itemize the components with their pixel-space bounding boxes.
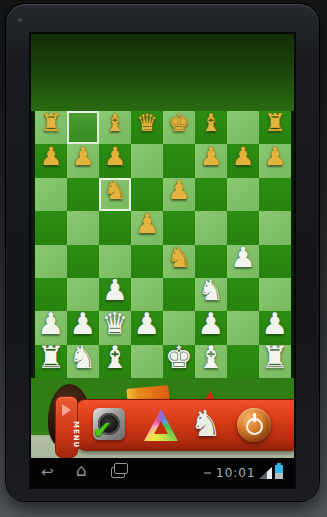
square-a8[interactable]: ♜ bbox=[35, 111, 67, 144]
piece-bP-c7[interactable]: ♟ bbox=[99, 140, 131, 173]
square-b6[interactable] bbox=[67, 178, 99, 211]
piece-wP-d2[interactable]: ♟ bbox=[131, 307, 163, 340]
piece-bP-f7[interactable]: ♟ bbox=[195, 140, 227, 173]
piece-wP-f2[interactable]: ♟ bbox=[195, 307, 227, 340]
square-g3[interactable] bbox=[227, 278, 259, 311]
piece-bK-e8[interactable]: ♚ bbox=[163, 107, 195, 140]
square-f8[interactable]: ♝ bbox=[195, 111, 227, 144]
square-g8[interactable] bbox=[227, 111, 259, 144]
chess-board: ♜♝♛♚♝♜♟♟♟♟♟♟♞♟♟♞♟♟♞♟♟♛♟♟♟♜♞♝♚♝♜ bbox=[35, 111, 291, 378]
square-d4[interactable] bbox=[131, 245, 163, 278]
signal-icon bbox=[259, 467, 272, 479]
front-camera bbox=[18, 18, 23, 23]
menu-label: MENU bbox=[59, 421, 80, 448]
menu-tab[interactable]: MENU bbox=[55, 396, 78, 458]
check-icon: ✔ bbox=[92, 416, 112, 444]
power-icon bbox=[237, 408, 271, 442]
piece-bQ-d8[interactable]: ♛ bbox=[131, 107, 163, 140]
square-h6[interactable] bbox=[259, 178, 291, 211]
piece-wQ-c2[interactable]: ♛ bbox=[99, 307, 131, 340]
screen-top-area bbox=[31, 34, 294, 111]
piece-bR-h8[interactable]: ♜ bbox=[259, 107, 291, 140]
square-h7[interactable]: ♟ bbox=[259, 144, 291, 177]
square-d2[interactable]: ♟ bbox=[131, 311, 163, 344]
square-a6[interactable] bbox=[35, 178, 67, 211]
piece-bP-g7[interactable]: ♟ bbox=[227, 140, 259, 173]
tablet-screen: ♜♝♛♚♝♜♟♟♟♟♟♟♞♟♟♞♟♟♞♟♟♛♟♟♟♜♞♝♚♝♜ MENU ✔ bbox=[31, 34, 294, 487]
piece-wP-h2[interactable]: ♟ bbox=[259, 307, 291, 340]
home-button[interactable]: ⌂ bbox=[76, 460, 87, 480]
square-c8[interactable]: ♝ bbox=[99, 111, 131, 144]
square-d1[interactable] bbox=[131, 345, 163, 378]
power-button[interactable] bbox=[235, 406, 273, 444]
theme-button[interactable] bbox=[142, 406, 180, 444]
square-e1[interactable]: ♚ bbox=[163, 345, 195, 378]
square-f6[interactable] bbox=[195, 178, 227, 211]
square-e4[interactable]: ♞ bbox=[163, 245, 195, 278]
menu-arrow-icon bbox=[62, 404, 71, 416]
square-a7[interactable]: ♟ bbox=[35, 144, 67, 177]
piece-wP-g4[interactable]: ♟ bbox=[227, 241, 259, 274]
piece-bP-b7[interactable]: ♟ bbox=[67, 140, 99, 173]
square-f1[interactable]: ♝ bbox=[195, 345, 227, 378]
square-c6[interactable]: ♞ bbox=[99, 178, 131, 211]
tablet-frame: ♜♝♛♚♝♜♟♟♟♟♟♟♞♟♟♞♟♟♞♟♟♛♟♟♟♜♞♝♚♝♜ MENU ✔ bbox=[6, 4, 319, 501]
piece-wB-c1[interactable]: ♝ bbox=[99, 341, 131, 374]
square-b7[interactable]: ♟ bbox=[67, 144, 99, 177]
square-g2[interactable] bbox=[227, 311, 259, 344]
notification-dash bbox=[204, 472, 211, 474]
square-f5[interactable] bbox=[195, 211, 227, 244]
piece-wR-a1[interactable]: ♜ bbox=[35, 341, 67, 374]
piece-bP-d5[interactable]: ♟ bbox=[131, 207, 163, 240]
square-g6[interactable] bbox=[227, 178, 259, 211]
square-d5[interactable]: ♟ bbox=[131, 211, 163, 244]
piece-wK-e1[interactable]: ♚ bbox=[163, 341, 195, 374]
square-b8[interactable] bbox=[67, 111, 99, 144]
piece-bN-e4[interactable]: ♞ bbox=[163, 241, 195, 274]
square-h4[interactable] bbox=[259, 245, 291, 278]
square-b4[interactable] bbox=[67, 245, 99, 278]
square-d8[interactable]: ♛ bbox=[131, 111, 163, 144]
square-e6[interactable]: ♟ bbox=[163, 178, 195, 211]
square-a4[interactable] bbox=[35, 245, 67, 278]
square-e3[interactable] bbox=[163, 278, 195, 311]
piece-wP-a2[interactable]: ♟ bbox=[35, 307, 67, 340]
square-b1[interactable]: ♞ bbox=[67, 345, 99, 378]
power-bar bbox=[253, 413, 256, 422]
square-b5[interactable] bbox=[67, 211, 99, 244]
piece-bB-f8[interactable]: ♝ bbox=[195, 107, 227, 140]
square-f7[interactable]: ♟ bbox=[195, 144, 227, 177]
square-g7[interactable]: ♟ bbox=[227, 144, 259, 177]
square-e7[interactable] bbox=[163, 144, 195, 177]
piece-bP-h7[interactable]: ♟ bbox=[259, 140, 291, 173]
square-e8[interactable]: ♚ bbox=[163, 111, 195, 144]
piece-wP-b2[interactable]: ♟ bbox=[67, 307, 99, 340]
piece-set-button[interactable]: ♞ bbox=[187, 406, 225, 444]
piece-wN-b1[interactable]: ♞ bbox=[67, 341, 99, 374]
square-h1[interactable]: ♜ bbox=[259, 345, 291, 378]
android-navbar: ↩ ⌂ 10:01 bbox=[31, 458, 294, 487]
square-g5[interactable] bbox=[227, 211, 259, 244]
square-h8[interactable]: ♜ bbox=[259, 111, 291, 144]
status-clock: 10:01 bbox=[216, 466, 256, 480]
square-d6[interactable] bbox=[131, 178, 163, 211]
square-c7[interactable]: ♟ bbox=[99, 144, 131, 177]
knight-icon: ♞ bbox=[187, 403, 225, 444]
square-h5[interactable] bbox=[259, 211, 291, 244]
square-d7[interactable] bbox=[131, 144, 163, 177]
bottom-toolbar: ✔ ♞ bbox=[77, 399, 294, 451]
piece-wB-f1[interactable]: ♝ bbox=[195, 341, 227, 374]
piece-bN-c6[interactable]: ♞ bbox=[99, 174, 131, 207]
battery-icon bbox=[275, 465, 283, 479]
photo-background: ♜♝♛♚♝♜♟♟♟♟♟♟♞♟♟♞♟♟♞♟♟♛♟♟♟♜♞♝♚♝♜ MENU ✔ bbox=[0, 0, 327, 517]
piece-bR-a8[interactable]: ♜ bbox=[35, 107, 67, 140]
square-a1[interactable]: ♜ bbox=[35, 345, 67, 378]
back-button[interactable]: ↩ bbox=[41, 462, 54, 482]
piece-bB-c8[interactable]: ♝ bbox=[99, 107, 131, 140]
piece-bP-e6[interactable]: ♟ bbox=[163, 174, 195, 207]
piece-bP-a7[interactable]: ♟ bbox=[35, 140, 67, 173]
piece-wR-h1[interactable]: ♜ bbox=[259, 341, 291, 374]
square-g1[interactable] bbox=[227, 345, 259, 378]
piece-wN-f3[interactable]: ♞ bbox=[195, 274, 227, 307]
square-c1[interactable]: ♝ bbox=[99, 345, 131, 378]
square-g4[interactable]: ♟ bbox=[227, 245, 259, 278]
recents-button[interactable] bbox=[111, 467, 125, 478]
square-c5[interactable] bbox=[99, 211, 131, 244]
sound-toggle-button[interactable]: ✔ bbox=[90, 406, 128, 444]
piece-wP-c3[interactable]: ♟ bbox=[99, 274, 131, 307]
square-a5[interactable] bbox=[35, 211, 67, 244]
square-e5[interactable] bbox=[163, 211, 195, 244]
